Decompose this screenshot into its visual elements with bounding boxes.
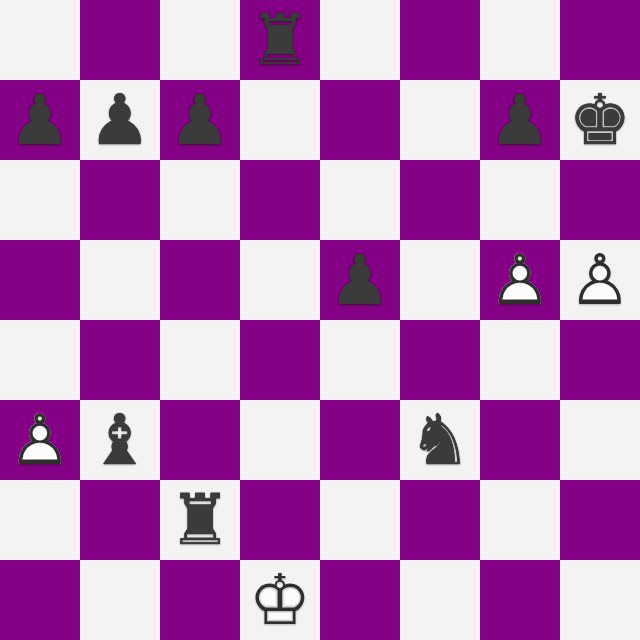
black-pawn-piece[interactable]: ♟: [160, 80, 240, 160]
white-pawn-piece[interactable]: ♟♙: [560, 240, 640, 320]
square-h2[interactable]: [560, 480, 640, 560]
square-h5[interactable]: ♟♙: [560, 240, 640, 320]
chess-board-window: ♜♟♟♟♟♚♟♟♙♟♙♟♙♝♞♜♚♔: [0, 0, 640, 640]
piece-outline-glyph: ♙: [560, 240, 640, 320]
square-h4[interactable]: [560, 320, 640, 400]
square-g2[interactable]: [480, 480, 560, 560]
piece-glyph: ♟: [480, 80, 560, 160]
square-a8[interactable]: [0, 0, 80, 80]
square-b2[interactable]: [80, 480, 160, 560]
square-g8[interactable]: [480, 0, 560, 80]
square-a1[interactable]: [0, 560, 80, 640]
black-pawn-piece[interactable]: ♟: [320, 240, 400, 320]
piece-outline-glyph: ♙: [480, 240, 560, 320]
square-f5[interactable]: [400, 240, 480, 320]
piece-glyph: ♚: [560, 80, 640, 160]
square-f4[interactable]: [400, 320, 480, 400]
square-a6[interactable]: [0, 160, 80, 240]
square-c3[interactable]: [160, 400, 240, 480]
square-e3[interactable]: [320, 400, 400, 480]
square-d7[interactable]: [240, 80, 320, 160]
square-f3[interactable]: ♞: [400, 400, 480, 480]
black-rook-piece[interactable]: ♜: [160, 480, 240, 560]
square-b8[interactable]: [80, 0, 160, 80]
square-f7[interactable]: [400, 80, 480, 160]
square-c1[interactable]: [160, 560, 240, 640]
square-h7[interactable]: ♚: [560, 80, 640, 160]
square-h6[interactable]: [560, 160, 640, 240]
square-a3[interactable]: ♟♙: [0, 400, 80, 480]
black-pawn-piece[interactable]: ♟: [480, 80, 560, 160]
white-pawn-piece[interactable]: ♟♙: [480, 240, 560, 320]
square-g6[interactable]: [480, 160, 560, 240]
piece-glyph: ♝: [80, 400, 160, 480]
square-h3[interactable]: [560, 400, 640, 480]
square-e6[interactable]: [320, 160, 400, 240]
black-knight-piece[interactable]: ♞: [400, 400, 480, 480]
square-e7[interactable]: [320, 80, 400, 160]
square-d1[interactable]: ♚♔: [240, 560, 320, 640]
square-f6[interactable]: [400, 160, 480, 240]
piece-glyph: ♟: [320, 240, 400, 320]
square-e8[interactable]: [320, 0, 400, 80]
square-c8[interactable]: [160, 0, 240, 80]
black-pawn-piece[interactable]: ♟: [0, 80, 80, 160]
square-a4[interactable]: [0, 320, 80, 400]
square-e2[interactable]: [320, 480, 400, 560]
square-b5[interactable]: [80, 240, 160, 320]
piece-outline-glyph: ♙: [0, 400, 80, 480]
square-e5[interactable]: ♟: [320, 240, 400, 320]
black-pawn-piece[interactable]: ♟: [80, 80, 160, 160]
piece-glyph: ♟: [80, 80, 160, 160]
black-king-piece[interactable]: ♚: [560, 80, 640, 160]
piece-glyph: ♜: [160, 480, 240, 560]
piece-glyph: ♟: [160, 80, 240, 160]
square-b4[interactable]: [80, 320, 160, 400]
square-g5[interactable]: ♟♙: [480, 240, 560, 320]
square-b7[interactable]: ♟: [80, 80, 160, 160]
square-b1[interactable]: [80, 560, 160, 640]
square-h1[interactable]: [560, 560, 640, 640]
square-d3[interactable]: [240, 400, 320, 480]
black-rook-piece[interactable]: ♜: [240, 0, 320, 80]
square-d6[interactable]: [240, 160, 320, 240]
square-g4[interactable]: [480, 320, 560, 400]
square-d5[interactable]: [240, 240, 320, 320]
square-f2[interactable]: [400, 480, 480, 560]
square-c6[interactable]: [160, 160, 240, 240]
square-b3[interactable]: ♝: [80, 400, 160, 480]
square-d4[interactable]: [240, 320, 320, 400]
piece-glyph: ♟: [0, 80, 80, 160]
square-e4[interactable]: [320, 320, 400, 400]
square-g3[interactable]: [480, 400, 560, 480]
black-bishop-piece[interactable]: ♝: [80, 400, 160, 480]
square-a5[interactable]: [0, 240, 80, 320]
square-a7[interactable]: ♟: [0, 80, 80, 160]
square-f1[interactable]: [400, 560, 480, 640]
piece-outline-glyph: ♔: [240, 560, 320, 640]
chess-board: ♜♟♟♟♟♚♟♟♙♟♙♟♙♝♞♜♚♔: [0, 0, 640, 640]
square-e1[interactable]: [320, 560, 400, 640]
square-c5[interactable]: [160, 240, 240, 320]
square-g7[interactable]: ♟: [480, 80, 560, 160]
square-b6[interactable]: [80, 160, 160, 240]
white-pawn-piece[interactable]: ♟♙: [0, 400, 80, 480]
square-c7[interactable]: ♟: [160, 80, 240, 160]
square-h8[interactable]: [560, 0, 640, 80]
piece-glyph: ♞: [400, 400, 480, 480]
square-f8[interactable]: [400, 0, 480, 80]
square-d8[interactable]: ♜: [240, 0, 320, 80]
square-c2[interactable]: ♜: [160, 480, 240, 560]
piece-glyph: ♜: [240, 0, 320, 80]
square-c4[interactable]: [160, 320, 240, 400]
square-g1[interactable]: [480, 560, 560, 640]
square-d2[interactable]: [240, 480, 320, 560]
white-king-piece[interactable]: ♚♔: [240, 560, 320, 640]
square-a2[interactable]: [0, 480, 80, 560]
